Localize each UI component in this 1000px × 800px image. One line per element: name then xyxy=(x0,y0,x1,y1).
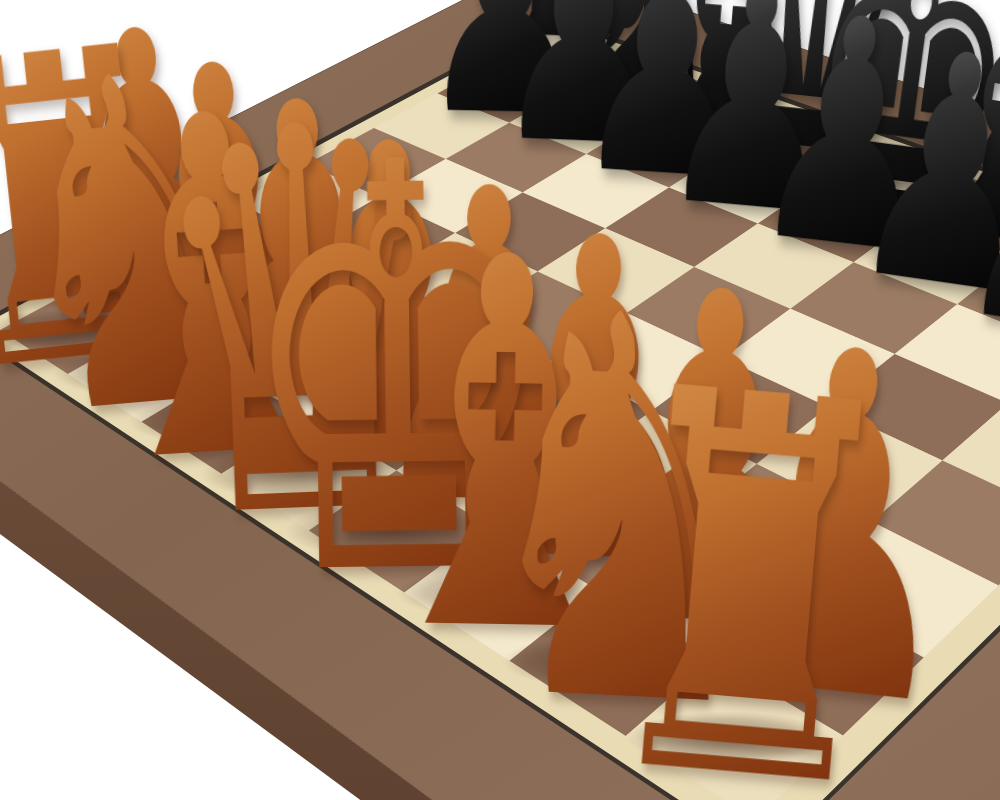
chess-set-photo: ♜♞♝♛♚♝♞♜♟♟♟♟♟♟♟♟♟♟♟♟♟♟♟♟♜♞♝♛♚♝♞♜ xyxy=(0,0,1000,800)
chessboard xyxy=(0,0,1000,800)
